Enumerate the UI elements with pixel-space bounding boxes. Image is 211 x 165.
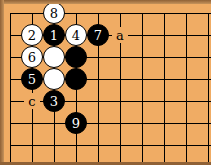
grid-line-horizontal	[10, 145, 211, 146]
point-label-a: a	[112, 27, 128, 43]
stone-number: 8	[50, 7, 58, 20]
stone-white-plain	[43, 46, 65, 68]
go-diagram: ac821476539	[0, 0, 211, 165]
stone-black-9: 9	[65, 112, 87, 134]
grid-line-horizontal	[10, 101, 211, 102]
stone-number: 4	[72, 29, 80, 42]
stone-number: 7	[94, 29, 102, 42]
stone-white-plain	[43, 68, 65, 90]
stone-white-6: 6	[21, 46, 43, 68]
stone-black-plain	[65, 68, 87, 90]
stone-black-1: 1	[43, 24, 65, 46]
board-frame-top	[0, 0, 211, 4]
grid-line-horizontal	[10, 123, 211, 124]
board-frame-bottom	[0, 162, 211, 165]
stone-number: 5	[28, 73, 36, 86]
stone-white-8: 8	[43, 2, 65, 24]
stone-white-4: 4	[65, 24, 87, 46]
stone-number: 3	[50, 95, 58, 108]
stone-number: 2	[28, 29, 36, 42]
stone-black-5: 5	[21, 68, 43, 90]
stone-number: 9	[72, 117, 80, 130]
board-frame-left	[0, 0, 4, 165]
stone-number: 1	[50, 29, 58, 42]
stone-black-plain	[65, 46, 87, 68]
stone-white-2: 2	[21, 24, 43, 46]
stone-black-7: 7	[87, 24, 109, 46]
go-board: ac821476539	[0, 0, 211, 165]
stone-black-3: 3	[43, 90, 65, 112]
stone-number: 6	[28, 51, 36, 64]
grid-line-horizontal	[10, 13, 211, 14]
point-label-c: c	[24, 93, 40, 109]
